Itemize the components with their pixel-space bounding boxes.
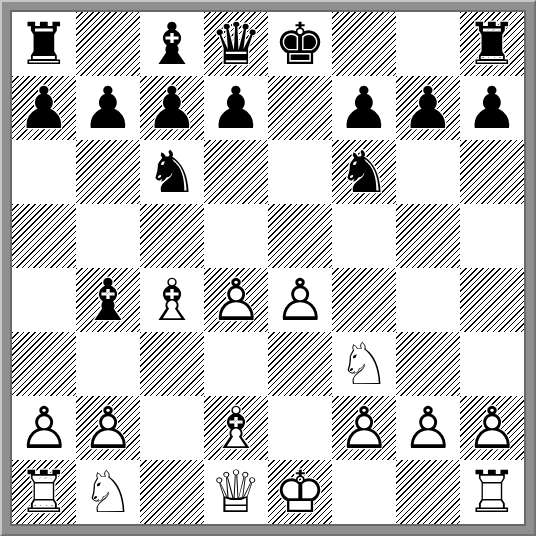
black-queen-icon: ♛ [204, 12, 268, 76]
square-d7[interactable]: ♟♟ [204, 76, 268, 140]
piece-white-knight: ♞♘ [332, 332, 396, 396]
white-pawn-icon: ♙ [268, 268, 332, 332]
piece-black-pawn: ♟♟ [140, 76, 204, 140]
black-pawn-icon: ♟ [12, 76, 76, 140]
piece-black-king: ♚♚ [268, 12, 332, 76]
square-h3[interactable] [460, 332, 524, 396]
piece-black-pawn: ♟♟ [12, 76, 76, 140]
square-f3[interactable]: ♞♘ [332, 332, 396, 396]
black-pawn-icon: ♟ [460, 76, 524, 140]
black-pawn-icon: ♟ [140, 76, 204, 140]
square-c6[interactable]: ♞♞ [140, 140, 204, 204]
square-a4[interactable] [12, 268, 76, 332]
piece-black-pawn: ♟♟ [204, 76, 268, 140]
piece-white-queen: ♛♕ [204, 460, 268, 524]
square-f1[interactable] [332, 460, 396, 524]
square-d1[interactable]: ♛♕ [204, 460, 268, 524]
white-pawn-icon: ♙ [332, 396, 396, 460]
black-bishop-icon: ♝ [76, 268, 140, 332]
square-f2[interactable]: ♟♙ [332, 396, 396, 460]
square-d5[interactable] [204, 204, 268, 268]
square-a2[interactable]: ♟♙ [12, 396, 76, 460]
piece-black-knight: ♞♞ [332, 140, 396, 204]
square-d4[interactable]: ♟♙ [204, 268, 268, 332]
square-f8[interactable] [332, 12, 396, 76]
black-king-icon: ♚ [268, 12, 332, 76]
white-pawn-icon: ♙ [396, 396, 460, 460]
square-d2[interactable]: ♝♗ [204, 396, 268, 460]
piece-black-bishop: ♝♝ [140, 12, 204, 76]
piece-black-pawn: ♟♟ [76, 76, 140, 140]
square-e4[interactable]: ♟♙ [268, 268, 332, 332]
square-c8[interactable]: ♝♝ [140, 12, 204, 76]
square-b2[interactable]: ♟♙ [76, 396, 140, 460]
piece-white-pawn: ♟♙ [12, 396, 76, 460]
white-bishop-icon: ♗ [140, 268, 204, 332]
square-b8[interactable] [76, 12, 140, 76]
square-a7[interactable]: ♟♟ [12, 76, 76, 140]
piece-white-rook: ♜♖ [12, 460, 76, 524]
square-b3[interactable] [76, 332, 140, 396]
black-knight-icon: ♞ [140, 140, 204, 204]
white-knight-icon: ♘ [332, 332, 396, 396]
piece-black-rook: ♜♜ [12, 12, 76, 76]
square-e1[interactable]: ♚♔ [268, 460, 332, 524]
piece-black-knight: ♞♞ [140, 140, 204, 204]
black-knight-icon: ♞ [332, 140, 396, 204]
square-e8[interactable]: ♚♚ [268, 12, 332, 76]
square-e3[interactable] [268, 332, 332, 396]
piece-white-pawn: ♟♙ [76, 396, 140, 460]
square-h6[interactable] [460, 140, 524, 204]
square-b4[interactable]: ♝♝ [76, 268, 140, 332]
white-pawn-icon: ♙ [76, 396, 140, 460]
square-a1[interactable]: ♜♖ [12, 460, 76, 524]
square-c2[interactable] [140, 396, 204, 460]
square-b5[interactable] [76, 204, 140, 268]
square-a5[interactable] [12, 204, 76, 268]
square-f4[interactable] [332, 268, 396, 332]
square-h8[interactable]: ♜♜ [460, 12, 524, 76]
board-frame: ♜♜♝♝♛♛♚♚♜♜♟♟♟♟♟♟♟♟♟♟♟♟♟♟♞♞♞♞♝♝♝♗♟♙♟♙♞♘♟♙… [0, 0, 536, 536]
white-pawn-icon: ♙ [460, 396, 524, 460]
square-c1[interactable] [140, 460, 204, 524]
square-c4[interactable]: ♝♗ [140, 268, 204, 332]
square-f6[interactable]: ♞♞ [332, 140, 396, 204]
square-g6[interactable] [396, 140, 460, 204]
piece-black-queen: ♛♛ [204, 12, 268, 76]
square-g2[interactable]: ♟♙ [396, 396, 460, 460]
white-queen-icon: ♕ [204, 460, 268, 524]
black-pawn-icon: ♟ [76, 76, 140, 140]
square-c5[interactable] [140, 204, 204, 268]
square-g4[interactable] [396, 268, 460, 332]
square-d3[interactable] [204, 332, 268, 396]
square-b7[interactable]: ♟♟ [76, 76, 140, 140]
square-c7[interactable]: ♟♟ [140, 76, 204, 140]
square-g5[interactable] [396, 204, 460, 268]
black-pawn-icon: ♟ [332, 76, 396, 140]
white-knight-icon: ♘ [76, 460, 140, 524]
square-h5[interactable] [460, 204, 524, 268]
black-rook-icon: ♜ [460, 12, 524, 76]
square-g3[interactable] [396, 332, 460, 396]
square-h2[interactable]: ♟♙ [460, 396, 524, 460]
black-bishop-icon: ♝ [140, 12, 204, 76]
piece-white-bishop: ♝♗ [204, 396, 268, 460]
square-h4[interactable] [460, 268, 524, 332]
piece-black-rook: ♜♜ [460, 12, 524, 76]
piece-black-pawn: ♟♟ [396, 76, 460, 140]
square-b1[interactable]: ♞♘ [76, 460, 140, 524]
square-e6[interactable] [268, 140, 332, 204]
square-f5[interactable] [332, 204, 396, 268]
square-f7[interactable]: ♟♟ [332, 76, 396, 140]
piece-white-bishop: ♝♗ [140, 268, 204, 332]
white-king-icon: ♔ [268, 460, 332, 524]
piece-white-pawn: ♟♙ [460, 396, 524, 460]
piece-white-pawn: ♟♙ [204, 268, 268, 332]
white-bishop-icon: ♗ [204, 396, 268, 460]
black-pawn-icon: ♟ [396, 76, 460, 140]
square-g1[interactable] [396, 460, 460, 524]
square-g7[interactable]: ♟♟ [396, 76, 460, 140]
piece-white-rook: ♜♖ [460, 460, 524, 524]
piece-white-pawn: ♟♙ [396, 396, 460, 460]
square-e5[interactable] [268, 204, 332, 268]
white-rook-icon: ♖ [460, 460, 524, 524]
white-rook-icon: ♖ [12, 460, 76, 524]
square-c3[interactable] [140, 332, 204, 396]
square-d6[interactable] [204, 140, 268, 204]
piece-black-pawn: ♟♟ [460, 76, 524, 140]
black-rook-icon: ♜ [12, 12, 76, 76]
piece-white-pawn: ♟♙ [332, 396, 396, 460]
piece-black-pawn: ♟♟ [332, 76, 396, 140]
piece-black-bishop: ♝♝ [76, 268, 140, 332]
square-a3[interactable] [12, 332, 76, 396]
square-b6[interactable] [76, 140, 140, 204]
square-e2[interactable] [268, 396, 332, 460]
white-pawn-icon: ♙ [12, 396, 76, 460]
square-h7[interactable]: ♟♟ [460, 76, 524, 140]
black-pawn-icon: ♟ [204, 76, 268, 140]
square-h1[interactable]: ♜♖ [460, 460, 524, 524]
chess-board: ♜♜♝♝♛♛♚♚♜♜♟♟♟♟♟♟♟♟♟♟♟♟♟♟♞♞♞♞♝♝♝♗♟♙♟♙♞♘♟♙… [10, 10, 526, 526]
piece-white-pawn: ♟♙ [268, 268, 332, 332]
white-pawn-icon: ♙ [204, 268, 268, 332]
piece-white-king: ♚♔ [268, 460, 332, 524]
piece-white-knight: ♞♘ [76, 460, 140, 524]
square-d8[interactable]: ♛♛ [204, 12, 268, 76]
square-e7[interactable] [268, 76, 332, 140]
square-g8[interactable] [396, 12, 460, 76]
square-a8[interactable]: ♜♜ [12, 12, 76, 76]
square-a6[interactable] [12, 140, 76, 204]
